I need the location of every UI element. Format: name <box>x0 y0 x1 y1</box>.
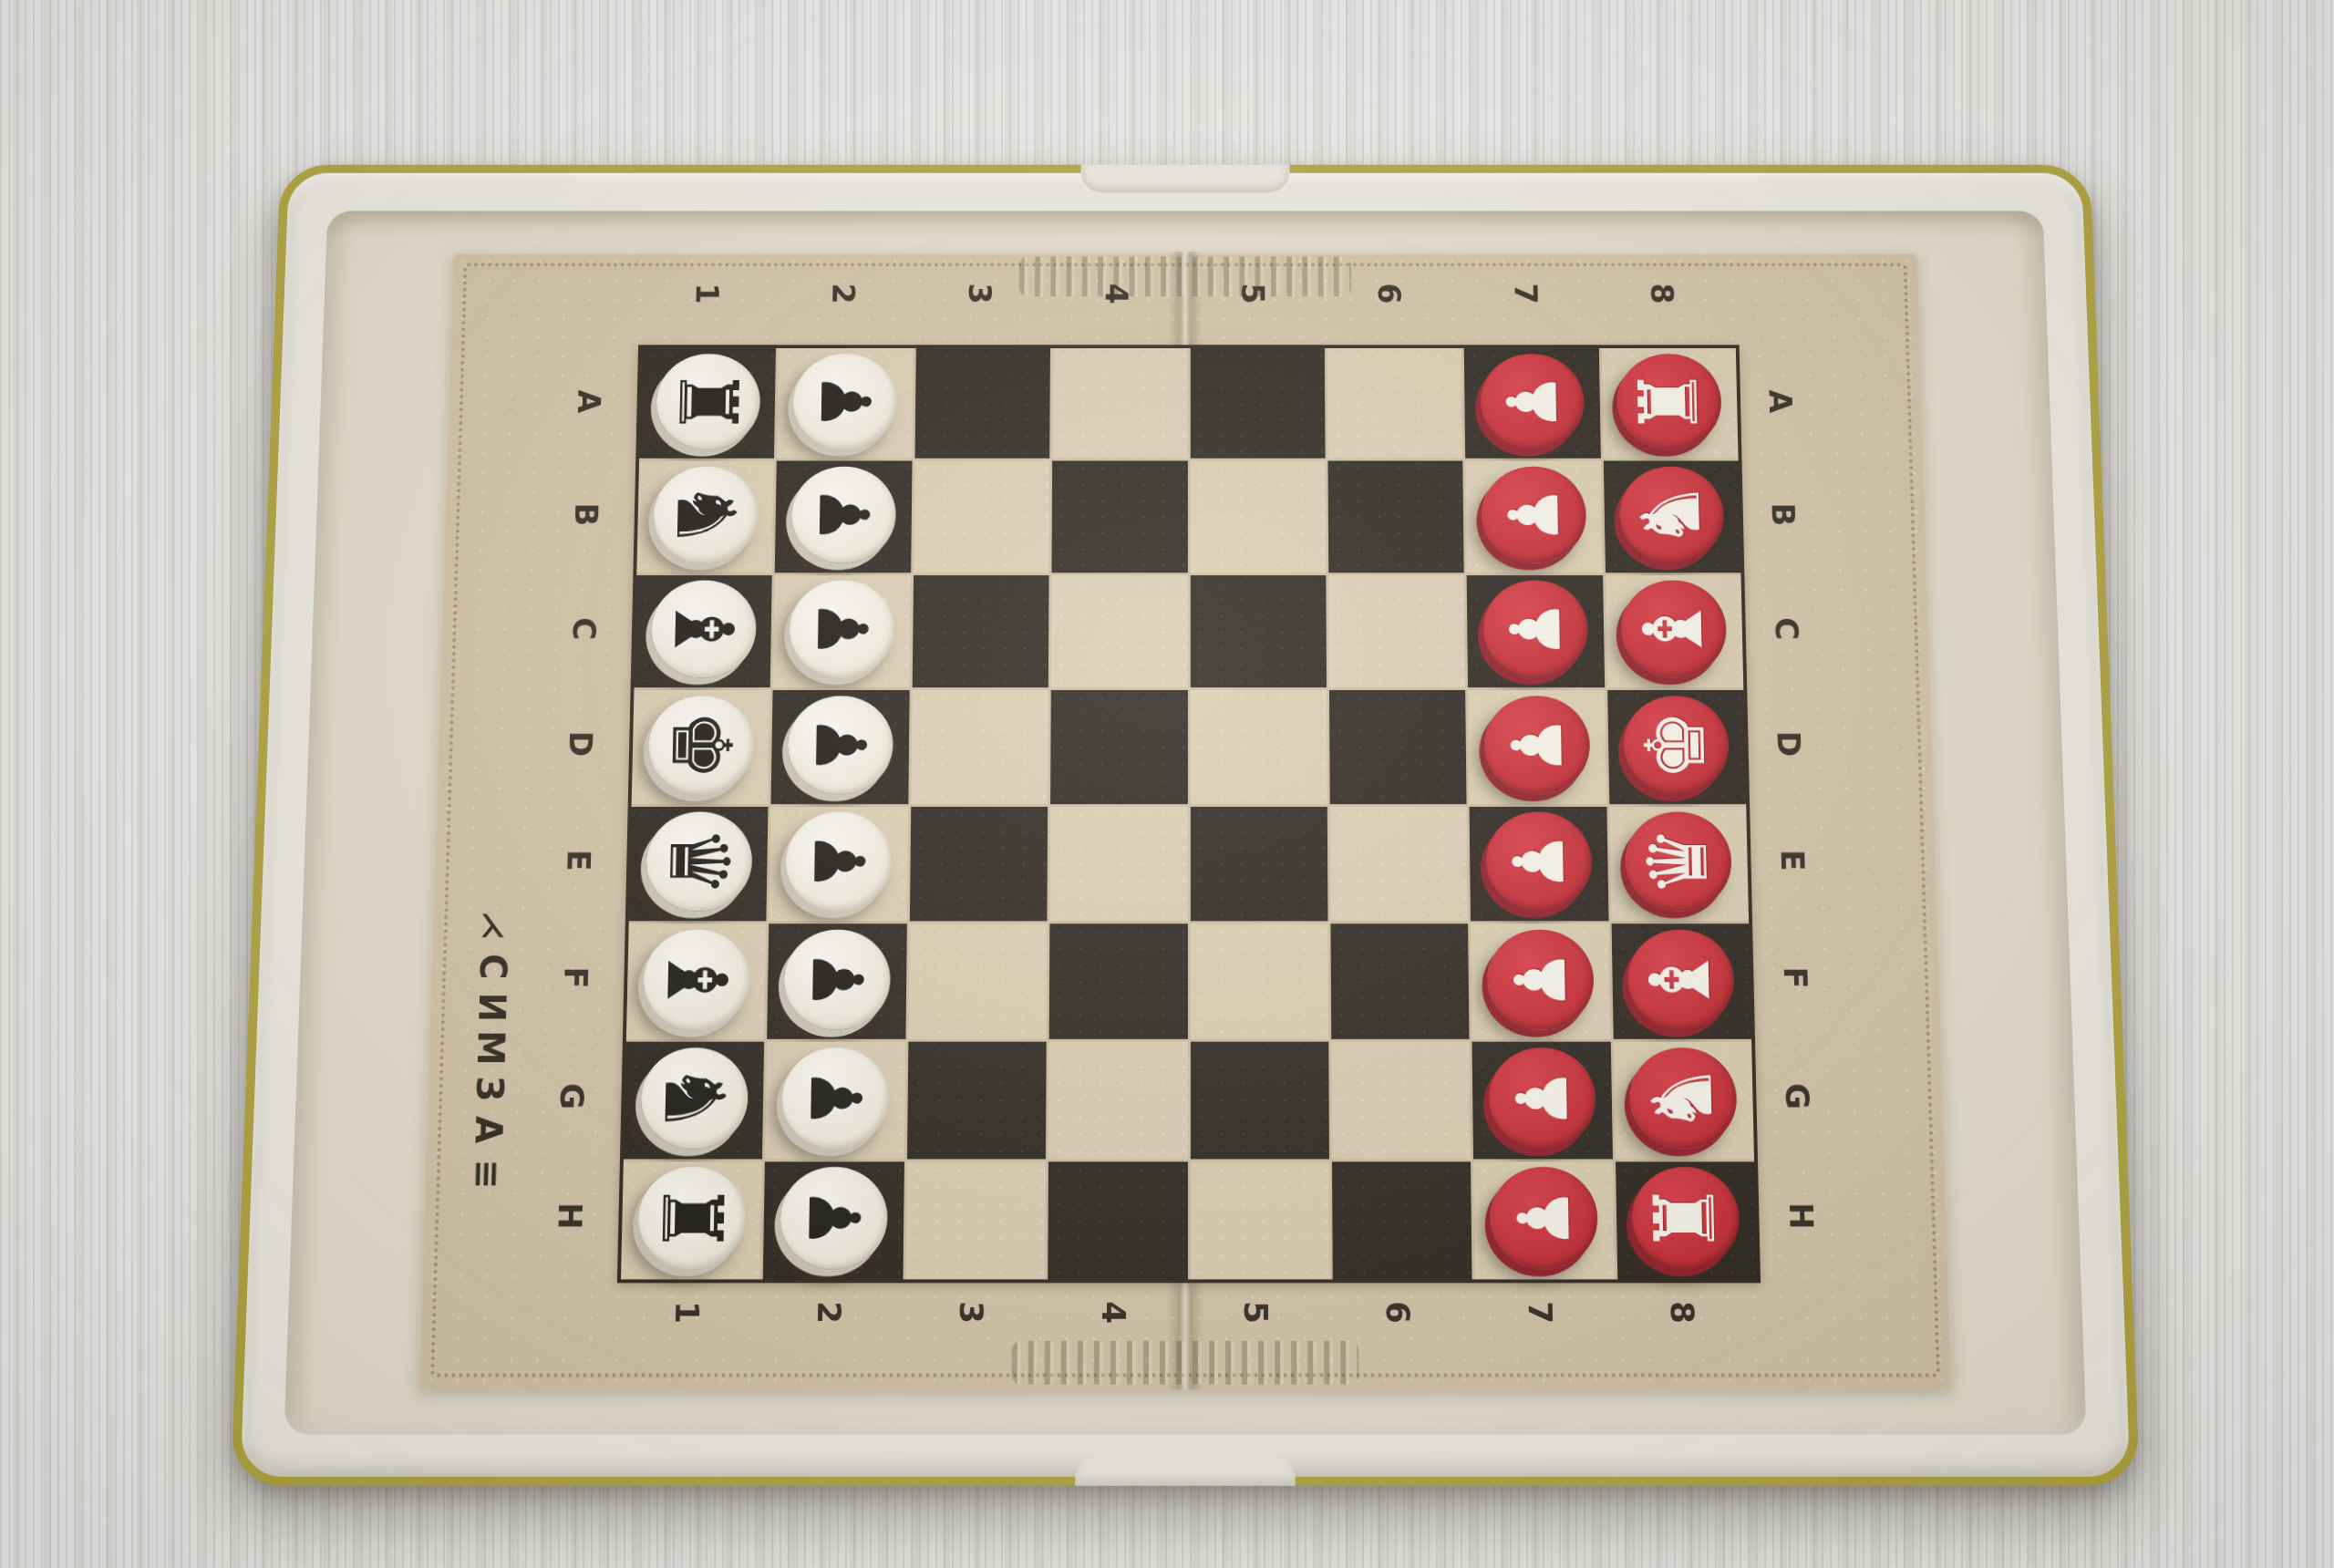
pawn-glyph: ♟ <box>809 485 878 544</box>
square-b6[interactable] <box>1327 461 1464 573</box>
board-grid: ♜♟♟♜♞♟♟♞♝♟♟♝♚♟♟♚♛♟♟♛♝♟♟♝♞♟♟♞♜♟♟♜ <box>617 345 1761 1283</box>
square-f4[interactable] <box>1049 923 1188 1039</box>
square-f8[interactable]: ♝ <box>1611 923 1751 1039</box>
piece-black-bishop-c1[interactable]: ♝ <box>650 581 757 678</box>
square-b7[interactable]: ♟ <box>1465 461 1602 573</box>
square-b8[interactable]: ♞ <box>1603 461 1740 573</box>
square-e2[interactable]: ♟ <box>769 807 908 922</box>
rank-bottom-label-4: 4 <box>1043 1294 1185 1331</box>
square-d7[interactable]: ♟ <box>1468 690 1606 804</box>
square-c6[interactable] <box>1328 575 1465 687</box>
square-a4[interactable] <box>1052 348 1187 459</box>
file-left-label-c: C <box>551 571 617 686</box>
pawn-glyph: ♟ <box>805 715 875 775</box>
piece-red-pawn-h7[interactable]: ♟ <box>1490 1167 1598 1269</box>
square-d5[interactable] <box>1190 690 1327 804</box>
case-shell: 12345678 12345678 ABCDEFGH ABCDEFGH ⋌ СИ… <box>231 165 2140 1486</box>
file-labels-right: ABCDEFGH <box>1748 345 1835 1275</box>
square-h8[interactable]: ♜ <box>1616 1161 1757 1279</box>
queen-glyph: ♛ <box>1637 826 1720 898</box>
rank-bottom-label-7: 7 <box>1470 1294 1613 1331</box>
square-b4[interactable] <box>1052 461 1188 573</box>
square-a8[interactable]: ♜ <box>1601 348 1738 459</box>
square-d8[interactable]: ♚ <box>1607 690 1746 804</box>
rank-top-label-5: 5 <box>1185 276 1322 310</box>
pawn-glyph: ♟ <box>801 948 873 1010</box>
square-e8[interactable]: ♛ <box>1609 807 1749 922</box>
pawn-glyph: ♟ <box>1499 485 1568 544</box>
pawn-glyph: ♟ <box>803 831 874 892</box>
piece-black-king-d1[interactable]: ♚ <box>647 696 754 794</box>
file-left-label-f: F <box>542 918 609 1036</box>
file-labels-left: ABCDEFGH <box>535 345 623 1275</box>
square-h6[interactable] <box>1332 1161 1472 1279</box>
brand-letter: С <box>472 954 514 979</box>
square-g3[interactable] <box>907 1042 1047 1159</box>
piece-red-pawn-b7[interactable]: ♟ <box>1482 467 1587 563</box>
square-a3[interactable] <box>914 348 1050 459</box>
rank-top-label-1: 1 <box>639 276 776 310</box>
piece-red-pawn-d7[interactable]: ♟ <box>1484 696 1591 794</box>
pawn-glyph: ♟ <box>1503 831 1575 892</box>
square-d2[interactable]: ♟ <box>771 690 910 804</box>
piece-black-rook-a1[interactable]: ♜ <box>655 354 760 449</box>
knight-glyph: ♞ <box>652 1061 737 1134</box>
pawn-glyph: ♟ <box>800 1068 871 1130</box>
file-left-label-b: B <box>553 458 620 572</box>
piece-black-queen-e1[interactable]: ♛ <box>645 812 752 912</box>
file-left-label-d: D <box>548 686 614 801</box>
piece-red-pawn-a7[interactable]: ♟ <box>1480 354 1585 449</box>
rook-glyph: ♜ <box>1628 366 1710 436</box>
square-f5[interactable] <box>1190 923 1328 1039</box>
square-h1[interactable]: ♜ <box>621 1161 762 1279</box>
square-c5[interactable] <box>1190 575 1327 687</box>
square-e3[interactable] <box>910 807 1048 922</box>
square-a7[interactable]: ♟ <box>1464 348 1601 459</box>
piece-red-knight-b8[interactable]: ♞ <box>1619 467 1725 563</box>
pawn-glyph: ♟ <box>807 600 877 660</box>
piece-black-pawn-g2[interactable]: ♟ <box>781 1047 890 1149</box>
square-f1[interactable]: ♝ <box>626 923 767 1039</box>
pawn-glyph: ♟ <box>1498 372 1567 430</box>
rank-labels-bottom: 12345678 <box>616 1294 1755 1331</box>
square-g1[interactable]: ♞ <box>624 1042 765 1159</box>
brand-letter: М <box>470 1030 512 1066</box>
square-d3[interactable] <box>911 690 1048 804</box>
piece-red-queen-e8[interactable]: ♛ <box>1625 812 1732 912</box>
rook-glyph: ♜ <box>1644 1181 1729 1255</box>
piece-black-rook-h1[interactable]: ♜ <box>637 1167 747 1269</box>
file-right-label-d: D <box>1756 686 1823 801</box>
bishop-glyph: ♝ <box>1639 943 1723 1016</box>
file-right-label-a: A <box>1748 345 1813 457</box>
square-b3[interactable] <box>914 461 1050 573</box>
piece-red-pawn-g7[interactable]: ♟ <box>1488 1047 1596 1149</box>
square-e5[interactable] <box>1190 807 1327 922</box>
knight-glyph: ♞ <box>665 480 748 550</box>
knight-glyph: ♞ <box>1641 1061 1726 1134</box>
file-right-label-f: F <box>1761 918 1829 1036</box>
file-left-label-g: G <box>539 1037 607 1156</box>
square-b1[interactable]: ♞ <box>636 461 774 573</box>
piece-black-pawn-b2[interactable]: ♟ <box>790 467 896 563</box>
hinge-ribs-bottom <box>1012 1341 1359 1385</box>
pawn-glyph: ♟ <box>1506 1068 1577 1130</box>
rank-top-label-2: 2 <box>776 276 913 310</box>
piece-red-knight-g8[interactable]: ♞ <box>1629 1047 1738 1149</box>
square-h3[interactable] <box>905 1161 1046 1279</box>
square-a1[interactable]: ♜ <box>639 348 776 459</box>
pawn-glyph: ♟ <box>1508 1187 1580 1250</box>
square-c4[interactable] <box>1051 575 1188 687</box>
board-panel: 12345678 12345678 ABCDEFGH ABCDEFGH ⋌ СИ… <box>418 252 1954 1390</box>
piece-red-bishop-c8[interactable]: ♝ <box>1621 581 1728 678</box>
file-right-label-e: E <box>1759 801 1826 918</box>
square-e1[interactable]: ♛ <box>629 807 769 922</box>
square-d6[interactable] <box>1329 690 1467 804</box>
square-e6[interactable] <box>1330 807 1469 922</box>
photo-background: 12345678 12345678 ABCDEFGH ABCDEFGH ⋌ СИ… <box>0 0 2334 1568</box>
rank-labels-top: 12345678 <box>639 276 1731 310</box>
piece-black-knight-b1[interactable]: ♞ <box>653 467 759 563</box>
piece-red-bishop-f8[interactable]: ♝ <box>1627 929 1736 1029</box>
piece-red-pawn-c7[interactable]: ♟ <box>1482 581 1588 678</box>
square-c1[interactable]: ♝ <box>635 575 773 687</box>
pawn-glyph: ♟ <box>1502 715 1572 775</box>
pawn-glyph: ♟ <box>798 1187 870 1250</box>
square-d1[interactable]: ♚ <box>632 690 770 804</box>
square-f3[interactable] <box>908 923 1047 1039</box>
rank-top-label-7: 7 <box>1458 276 1595 310</box>
square-f6[interactable] <box>1330 923 1469 1039</box>
case-top-hinge-notch <box>1080 165 1289 193</box>
rank-bottom-label-8: 8 <box>1612 1294 1755 1331</box>
piece-red-king-d8[interactable]: ♚ <box>1623 696 1730 794</box>
piece-black-knight-g1[interactable]: ♞ <box>640 1047 749 1149</box>
square-h4[interactable] <box>1048 1161 1187 1279</box>
piece-red-pawn-f7[interactable]: ♟ <box>1487 929 1595 1029</box>
brand-trademark-icon: ⋌ <box>476 911 512 937</box>
file-right-label-b: B <box>1750 458 1817 572</box>
rank-top-label-3: 3 <box>912 276 1048 310</box>
piece-black-bishop-f1[interactable]: ♝ <box>643 929 751 1029</box>
piece-black-pawn-e2[interactable]: ♟ <box>785 812 892 912</box>
piece-black-pawn-d2[interactable]: ♟ <box>787 696 893 794</box>
square-d4[interactable] <box>1050 690 1187 804</box>
rank-bottom-label-5: 5 <box>1185 1294 1327 1331</box>
square-b2[interactable]: ♟ <box>775 461 912 573</box>
square-e4[interactable] <box>1050 807 1188 922</box>
piece-black-pawn-f2[interactable]: ♟ <box>783 929 891 1029</box>
square-b5[interactable] <box>1190 461 1326 573</box>
piece-red-pawn-e7[interactable]: ♟ <box>1485 812 1592 912</box>
piece-black-pawn-c2[interactable]: ♟ <box>789 581 894 678</box>
square-g5[interactable] <box>1190 1042 1328 1159</box>
brand-logo: ⋌ СИМЗА≡ <box>449 906 532 1195</box>
square-g7[interactable]: ♟ <box>1472 1042 1613 1159</box>
rank-top-label-6: 6 <box>1322 276 1459 310</box>
rank-top-label-4: 4 <box>1048 276 1185 310</box>
file-left-label-a: A <box>556 345 622 457</box>
square-e7[interactable]: ♟ <box>1470 807 1608 922</box>
king-glyph: ♚ <box>659 709 742 780</box>
square-g4[interactable] <box>1048 1042 1187 1159</box>
rank-top-label-8: 8 <box>1595 276 1731 310</box>
file-right-label-g: G <box>1764 1037 1833 1156</box>
square-c2[interactable]: ♟ <box>773 575 911 687</box>
bishop-glyph: ♝ <box>655 943 738 1016</box>
square-a5[interactable] <box>1190 348 1325 459</box>
file-left-label-e: E <box>544 801 612 918</box>
case-interior: 12345678 12345678 ABCDEFGH ABCDEFGH ⋌ СИ… <box>284 211 2087 1434</box>
bishop-glyph: ♝ <box>1633 594 1716 665</box>
pawn-glyph: ♟ <box>811 372 880 430</box>
bishop-glyph: ♝ <box>662 594 745 665</box>
rook-glyph: ♜ <box>666 366 749 436</box>
pawn-glyph: ♟ <box>1501 600 1571 660</box>
rank-bottom-label-3: 3 <box>901 1294 1043 1331</box>
piece-red-rook-h8[interactable]: ♜ <box>1631 1167 1740 1269</box>
square-h7[interactable]: ♟ <box>1473 1161 1615 1279</box>
square-f7[interactable]: ♟ <box>1471 923 1610 1039</box>
file-right-label-h: H <box>1767 1156 1835 1276</box>
brand-bars-icon: ≡ <box>466 1160 509 1190</box>
file-left-label-h: H <box>535 1156 604 1276</box>
square-g6[interactable] <box>1331 1042 1471 1159</box>
rook-glyph: ♜ <box>649 1181 734 1255</box>
file-right-label-c: C <box>1753 571 1820 686</box>
rank-bottom-label-2: 2 <box>759 1294 902 1331</box>
case-bottom-hinge-notch <box>1075 1455 1296 1486</box>
pawn-glyph: ♟ <box>1505 948 1576 1010</box>
square-h5[interactable] <box>1190 1161 1329 1279</box>
travel-case: 12345678 12345678 ABCDEFGH ABCDEFGH ⋌ СИ… <box>231 165 2140 1486</box>
brand-letter: З <box>469 1076 511 1101</box>
brand-letter: И <box>470 993 512 1022</box>
square-a2[interactable]: ♟ <box>777 348 914 459</box>
queen-glyph: ♛ <box>657 826 741 898</box>
square-f2[interactable]: ♟ <box>768 923 907 1039</box>
square-c8[interactable]: ♝ <box>1606 575 1744 687</box>
rank-bottom-label-6: 6 <box>1327 1294 1470 1331</box>
piece-black-pawn-a2[interactable]: ♟ <box>792 354 897 449</box>
square-c7[interactable]: ♟ <box>1467 575 1605 687</box>
square-h2[interactable]: ♟ <box>763 1161 904 1279</box>
knight-glyph: ♞ <box>1630 480 1713 550</box>
rank-bottom-label-1: 1 <box>616 1294 759 1331</box>
square-g2[interactable]: ♟ <box>765 1042 905 1159</box>
brand-letter: А <box>468 1116 510 1143</box>
piece-red-rook-a8[interactable]: ♜ <box>1616 354 1722 449</box>
square-c3[interactable] <box>912 575 1048 687</box>
square-a6[interactable] <box>1327 348 1463 459</box>
king-glyph: ♚ <box>1635 709 1718 780</box>
square-g8[interactable]: ♞ <box>1613 1042 1754 1159</box>
piece-black-pawn-h2[interactable]: ♟ <box>780 1167 888 1269</box>
